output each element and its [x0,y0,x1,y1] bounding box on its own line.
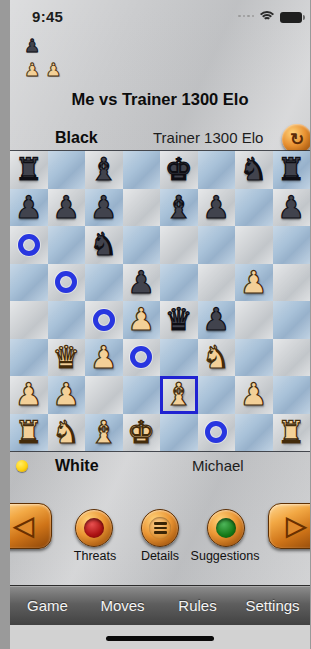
black-bishop: ♝ [85,151,123,189]
black-pawn: ♟ [85,189,123,227]
white-bishop: ♝ [160,376,198,414]
square-e4[interactable]: ♛ [160,301,198,339]
home-area [10,625,310,649]
black-pawn: ♟ [10,189,48,227]
page-title: Me vs Trainer 1300 Elo [10,90,310,109]
square-g5[interactable]: ♟ [235,264,273,302]
square-h3[interactable] [273,339,311,377]
black-pawn: ♟ [123,264,161,302]
captured-pieces-tray: ♟ ♟♟ [24,34,66,82]
square-g2[interactable]: ♟ [235,376,273,414]
square-f6[interactable] [198,226,236,264]
black-pawn: ♟ [198,189,236,227]
square-h4[interactable] [273,301,311,339]
left-arrow-icon: ◀ [15,512,33,540]
square-h1[interactable]: ♜ [273,414,311,452]
nav-item-rules[interactable]: Rules [160,586,235,626]
square-f2[interactable] [198,376,236,414]
black-player-name: Trainer 1300 Elo [153,126,263,150]
details-button[interactable] [141,509,179,547]
home-indicator [106,636,214,641]
white-pawn: ♟ [10,376,48,414]
square-b1[interactable]: ♞ [48,414,86,452]
square-g7[interactable] [235,189,273,227]
square-e7[interactable]: ♝ [160,189,198,227]
battery-icon [280,12,302,23]
square-g3[interactable] [235,339,273,377]
square-d3[interactable] [123,339,161,377]
square-e1[interactable] [160,414,198,452]
square-e6[interactable] [160,226,198,264]
nav-item-moves[interactable]: Moves [85,586,160,626]
square-f1[interactable] [198,414,236,452]
square-g4[interactable] [235,301,273,339]
square-c5[interactable] [85,264,123,302]
move-hint-ring [18,234,40,256]
black-pawn: ♟ [198,301,236,339]
white-player-label: White [55,454,99,478]
square-b6[interactable] [48,226,86,264]
chess-board[interactable]: ♜♝♚♞♜♟♟♟♝♟♟♞♟♟♟♛♟♛♟♞♟♟♝♟♜♞♝♚♜ [10,150,310,452]
white-pawn: ♟ [235,376,273,414]
white-pawn: ♟ [123,301,161,339]
square-c3[interactable]: ♟ [85,339,123,377]
move-hint-ring [93,309,115,331]
square-d8[interactable] [123,151,161,189]
turn-indicator-dot [16,460,28,472]
square-h8[interactable]: ♜ [273,151,311,189]
square-e3[interactable] [160,339,198,377]
square-g8[interactable]: ♞ [235,151,273,189]
square-f7[interactable]: ♟ [198,189,236,227]
details-label: Details [141,549,179,563]
cellular-signal-icon [238,15,254,20]
black-knight: ♞ [85,226,123,264]
white-player-name: Michael [192,454,244,478]
square-a2[interactable]: ♟ [10,376,48,414]
square-c6[interactable]: ♞ [85,226,123,264]
white-queen: ♛ [48,339,86,377]
right-arrow-icon: ▶ [287,512,305,540]
square-f4[interactable]: ♟ [198,301,236,339]
square-f3[interactable]: ♞ [198,339,236,377]
status-icons [238,11,302,23]
white-pawn: ♟ [235,264,273,302]
black-queen: ♛ [160,301,198,339]
square-h2[interactable] [273,376,311,414]
square-g6[interactable] [235,226,273,264]
square-b4[interactable] [48,301,86,339]
clock-time: 9:45 [32,8,63,25]
square-e5[interactable] [160,264,198,302]
square-b8[interactable] [48,151,86,189]
square-a8[interactable]: ♜ [10,151,48,189]
square-c7[interactable]: ♟ [85,189,123,227]
square-b2[interactable]: ♟ [48,376,86,414]
next-move-button[interactable]: ▶ [268,503,310,549]
black-knight: ♞ [235,151,273,189]
previous-move-button[interactable]: ◀ [10,503,52,549]
square-f8[interactable] [198,151,236,189]
toolbar: ◀ ▶ Threats Details Suggestions [10,500,310,564]
move-hint-ring [205,421,227,443]
square-f5[interactable] [198,264,236,302]
captured-black-pawns: ♟ [24,34,66,58]
move-hint-ring [130,346,152,368]
square-d6[interactable] [123,226,161,264]
black-rook: ♜ [273,151,311,189]
black-bishop: ♝ [160,189,198,227]
square-d7[interactable] [123,189,161,227]
square-b5[interactable] [48,264,86,302]
square-d5[interactable]: ♟ [123,264,161,302]
white-player-row: White Michael [10,454,310,478]
swap-sides-icon: ↻ [290,129,304,150]
square-e8[interactable]: ♚ [160,151,198,189]
status-bar: 9:45 [10,0,310,30]
black-pawn: ♟ [48,189,86,227]
white-knight: ♞ [198,339,236,377]
square-d2[interactable] [123,376,161,414]
white-bishop: ♝ [85,414,123,452]
app-screen: 9:45 ♟ ♟♟ Me vs Trainer 1300 Elo Black T… [10,0,310,649]
square-h5[interactable] [273,264,311,302]
black-king: ♚ [160,151,198,189]
black-player-row: Black Trainer 1300 Elo [10,126,310,150]
square-a3[interactable] [10,339,48,377]
square-a1[interactable]: ♜ [10,414,48,452]
white-knight: ♞ [48,414,86,452]
red-dot-icon [84,518,104,538]
black-player-label: Black [55,126,98,150]
suggestions-button[interactable] [207,509,245,547]
move-hint-ring [55,271,77,293]
square-a4[interactable] [10,301,48,339]
square-c2[interactable] [85,376,123,414]
menu-lines-icon [149,517,171,539]
wifi-icon [259,11,275,23]
suggestions-label: Suggestions [191,549,260,563]
square-d1[interactable]: ♚ [123,414,161,452]
threats-button[interactable] [75,509,113,547]
square-g1[interactable] [235,414,273,452]
square-c8[interactable]: ♝ [85,151,123,189]
nav-item-settings[interactable]: Settings [235,586,310,626]
white-rook: ♜ [10,414,48,452]
square-h6[interactable] [273,226,311,264]
white-rook: ♜ [273,414,311,452]
square-a5[interactable] [10,264,48,302]
captured-white-pawns: ♟♟ [24,58,66,82]
nav-item-game[interactable]: Game [10,586,85,626]
square-c1[interactable]: ♝ [85,414,123,452]
square-h7[interactable]: ♟ [273,189,311,227]
bottom-nav: Game Moves Rules Settings [10,585,310,626]
black-rook: ♜ [10,151,48,189]
square-e2[interactable]: ♝ [160,376,198,414]
square-d4[interactable]: ♟ [123,301,161,339]
white-pawn: ♟ [85,339,123,377]
square-a6[interactable] [10,226,48,264]
threats-label: Threats [74,549,116,563]
square-c4[interactable] [85,301,123,339]
black-pawn: ♟ [273,189,311,227]
green-dot-icon [216,518,236,538]
square-b7[interactable]: ♟ [48,189,86,227]
square-b3[interactable]: ♛ [48,339,86,377]
square-a7[interactable]: ♟ [10,189,48,227]
white-pawn: ♟ [48,376,86,414]
white-king: ♚ [123,414,161,452]
